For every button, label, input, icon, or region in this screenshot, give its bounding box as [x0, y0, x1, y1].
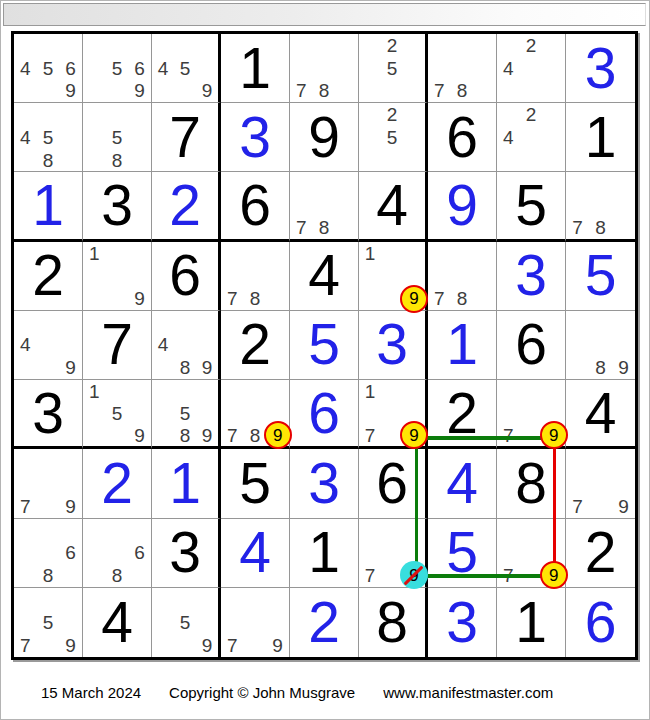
- candidate-5: 5: [106, 57, 129, 80]
- candidate-8: 8: [451, 287, 474, 310]
- candidate-9: 9: [196, 424, 218, 446]
- candidate-4: 4: [14, 57, 37, 80]
- solved-digit: 3: [428, 588, 496, 657]
- candidate-5: 5: [106, 126, 129, 149]
- given-digit: 4: [359, 172, 425, 238]
- sudoku-grid: 4569569459178257824345858739256241132678…: [11, 31, 638, 660]
- cell-r1c7[interactable]: 78: [428, 34, 497, 103]
- candidate-9: 9: [612, 356, 635, 379]
- solved-digit: 6: [566, 588, 635, 657]
- solved-digit: 2: [83, 449, 151, 517]
- candidate-7: 7: [290, 217, 313, 239]
- candidate-7: 7: [221, 634, 244, 657]
- cell-r1c2[interactable]: 569: [83, 34, 152, 103]
- solved-digit: 4: [428, 449, 496, 517]
- candidate-8: 8: [244, 287, 267, 310]
- candidate-4: 4: [497, 57, 520, 80]
- cell-r7c2[interactable]: 2: [83, 449, 152, 518]
- candidate-6: 6: [59, 57, 82, 80]
- candidate-9: 9: [128, 79, 151, 102]
- candidate-1: 1: [359, 242, 381, 265]
- candidate-9: 9: [266, 634, 289, 657]
- cell-r1c1[interactable]: 4569: [14, 34, 83, 103]
- candidate-5: 5: [37, 57, 60, 80]
- candidate-7: 7: [221, 424, 244, 446]
- cell-r7c8[interactable]: 8: [497, 449, 566, 518]
- solved-digit: 3: [566, 34, 635, 102]
- footer-date: 15 March 2024: [41, 684, 141, 701]
- cell-r2c2[interactable]: 58: [83, 103, 152, 172]
- candidate-2: 2: [381, 103, 403, 126]
- candidate-6: 6: [128, 541, 151, 564]
- cell-r9c4[interactable]: 79: [221, 588, 290, 657]
- candidate-8: 8: [37, 564, 60, 587]
- candidate-7: 7: [14, 495, 37, 518]
- candidate-9: 9: [612, 495, 635, 518]
- given-digit: 2: [14, 242, 82, 310]
- cell-r3c2[interactable]: 3: [83, 172, 152, 241]
- given-digit: 3: [83, 172, 151, 238]
- cell-r7c1[interactable]: 79: [14, 449, 83, 518]
- cell-r2c7[interactable]: 6: [428, 103, 497, 172]
- candidate-9: 9: [128, 287, 151, 310]
- solved-digit: 5: [428, 519, 496, 587]
- cell-r2c3[interactable]: 7: [152, 103, 221, 172]
- cell-r8c9[interactable]: 2: [566, 519, 635, 588]
- cell-r5c5[interactable]: 5: [290, 311, 359, 380]
- cell-r4c4[interactable]: 78: [221, 242, 290, 311]
- cell-r8c1[interactable]: 68: [14, 519, 83, 588]
- cell-r2c1[interactable]: 458: [14, 103, 83, 172]
- cell-r9c3[interactable]: 59: [152, 588, 221, 657]
- candidate-7: 7: [428, 79, 451, 102]
- cell-r2c4[interactable]: 3: [221, 103, 290, 172]
- footer-website: www.manifestmaster.com: [383, 684, 553, 701]
- given-digit: 9: [290, 103, 358, 171]
- given-digit: 2: [221, 311, 289, 379]
- cell-r5c1[interactable]: 49: [14, 311, 83, 380]
- cell-r6c2[interactable]: 159: [83, 380, 152, 449]
- cell-r8c4[interactable]: 4: [221, 519, 290, 588]
- candidate-4: 4: [497, 126, 520, 149]
- cell-r3c6[interactable]: 4: [359, 172, 428, 241]
- cell-r9c8[interactable]: 1: [497, 588, 566, 657]
- candidate-1: 1: [359, 380, 381, 402]
- cell-r3c3[interactable]: 2: [152, 172, 221, 241]
- cell-r9c9[interactable]: 6: [566, 588, 635, 657]
- cell-r2c9[interactable]: 1: [566, 103, 635, 172]
- cell-r7c6[interactable]: 6: [359, 449, 428, 518]
- candidate-9: 9: [59, 634, 82, 657]
- candidate-7: 7: [359, 564, 381, 587]
- candidate-9: 9: [59, 79, 82, 102]
- candidate-7: 7: [221, 287, 244, 310]
- candidate-7: 7: [497, 424, 520, 446]
- cell-r5c6[interactable]: 3: [359, 311, 428, 380]
- candidate-4: 4: [14, 126, 37, 149]
- candidate-5: 5: [174, 402, 196, 424]
- cell-r8c5[interactable]: 1: [290, 519, 359, 588]
- given-digit: 7: [152, 103, 218, 171]
- given-digit: 4: [290, 242, 358, 310]
- cell-r1c8[interactable]: 24: [497, 34, 566, 103]
- candidate-8: 8: [589, 356, 612, 379]
- given-digit: 3: [14, 380, 82, 446]
- candidate-5: 5: [381, 126, 403, 149]
- solved-digit: 6: [290, 380, 358, 446]
- candidate-8: 8: [589, 217, 612, 239]
- candidate-7: 7: [290, 79, 313, 102]
- candidate-1: 1: [83, 380, 106, 402]
- cell-r7c4[interactable]: 5: [221, 449, 290, 518]
- candidate-8: 8: [451, 79, 474, 102]
- cell-r5c7[interactable]: 1: [428, 311, 497, 380]
- cell-r3c8[interactable]: 5: [497, 172, 566, 241]
- cell-r6c5[interactable]: 6: [290, 380, 359, 449]
- candidate-7: 7: [14, 634, 37, 657]
- candidate-9: 9: [196, 356, 218, 379]
- candidate-4: 4: [14, 334, 37, 357]
- given-digit: 1: [566, 103, 635, 171]
- cell-r4c3[interactable]: 6: [152, 242, 221, 311]
- solved-digit: 4: [221, 519, 289, 587]
- candidate-7: 7: [497, 564, 520, 587]
- candidate-8: 8: [313, 217, 336, 239]
- solved-digit: 3: [221, 103, 289, 171]
- given-digit: 6: [497, 311, 565, 379]
- solved-digit: 5: [290, 311, 358, 379]
- candidate-2: 2: [520, 34, 543, 57]
- cell-r2c6[interactable]: 25: [359, 103, 428, 172]
- candidate-5: 5: [106, 402, 129, 424]
- given-digit: 6: [152, 242, 218, 310]
- candidate-5: 5: [174, 57, 196, 80]
- cell-r7c7[interactable]: 4: [428, 449, 497, 518]
- cell-r3c7[interactable]: 9: [428, 172, 497, 241]
- cell-r1c5[interactable]: 78: [290, 34, 359, 103]
- page: 4569569459178257824345858739256241132678…: [0, 0, 650, 720]
- solved-digit: 1: [152, 449, 218, 517]
- given-digit: 3: [152, 519, 218, 587]
- solved-digit: 3: [497, 242, 565, 310]
- cell-r4c1[interactable]: 2: [14, 242, 83, 311]
- highlight-circle-9: 9: [540, 421, 568, 449]
- cell-r7c9[interactable]: 79: [566, 449, 635, 518]
- cell-r9c1[interactable]: 579: [14, 588, 83, 657]
- cell-r8c2[interactable]: 68: [83, 519, 152, 588]
- candidate-5: 5: [37, 126, 60, 149]
- cell-r8c7[interactable]: 5: [428, 519, 497, 588]
- candidate-9: 9: [196, 634, 218, 657]
- highlight-circle-9: 9: [400, 421, 428, 449]
- candidate-8: 8: [174, 356, 196, 379]
- header-bar: [3, 3, 646, 26]
- footer-copyright: Copyright © John Musgrave: [169, 684, 355, 701]
- given-digit: 8: [497, 449, 565, 517]
- cell-r5c4[interactable]: 2: [221, 311, 290, 380]
- cell-r2c8[interactable]: 24: [497, 103, 566, 172]
- cell-r9c2[interactable]: 4: [83, 588, 152, 657]
- candidate-7: 7: [428, 287, 451, 310]
- solved-digit: 3: [290, 449, 358, 517]
- given-digit: 5: [221, 449, 289, 517]
- cell-r9c6[interactable]: 8: [359, 588, 428, 657]
- candidate-4: 4: [152, 57, 174, 80]
- cell-r8c3[interactable]: 3: [152, 519, 221, 588]
- elimination-circle-9: 9: [400, 561, 428, 589]
- given-digit: 4: [83, 588, 151, 657]
- cell-r3c1[interactable]: 1: [14, 172, 83, 241]
- candidate-7: 7: [359, 424, 381, 446]
- cell-r3c4[interactable]: 6: [221, 172, 290, 241]
- cell-r4c5[interactable]: 4: [290, 242, 359, 311]
- candidate-2: 2: [381, 34, 403, 57]
- solved-digit: 2: [152, 172, 218, 238]
- cell-r4c8[interactable]: 3: [497, 242, 566, 311]
- candidate-8: 8: [244, 424, 267, 446]
- solved-digit: 5: [566, 242, 635, 310]
- given-digit: 1: [290, 519, 358, 587]
- candidate-8: 8: [106, 149, 129, 172]
- given-digit: 8: [359, 588, 425, 657]
- cell-r7c3[interactable]: 1: [152, 449, 221, 518]
- cell-r4c7[interactable]: 78: [428, 242, 497, 311]
- candidate-5: 5: [174, 611, 196, 634]
- candidate-1: 1: [83, 242, 106, 265]
- cell-r5c9[interactable]: 89: [566, 311, 635, 380]
- cell-r7c5[interactable]: 3: [290, 449, 359, 518]
- highlight-circle-9: 9: [540, 561, 568, 589]
- cell-r6c9[interactable]: 4: [566, 380, 635, 449]
- candidate-6: 6: [128, 57, 151, 80]
- given-digit: 6: [221, 172, 289, 238]
- candidate-9: 9: [128, 424, 151, 446]
- given-digit: 1: [497, 588, 565, 657]
- candidate-4: 4: [152, 334, 174, 357]
- cell-r5c2[interactable]: 7: [83, 311, 152, 380]
- cell-r6c1[interactable]: 3: [14, 380, 83, 449]
- given-digit: 7: [83, 311, 151, 379]
- cell-r4c2[interactable]: 19: [83, 242, 152, 311]
- cell-r4c6[interactable]: 19: [359, 242, 428, 311]
- cell-r6c4[interactable]: 789: [221, 380, 290, 449]
- candidate-9: 9: [59, 495, 82, 518]
- candidate-5: 5: [37, 611, 60, 634]
- given-digit: 6: [428, 103, 496, 171]
- candidate-8: 8: [106, 564, 129, 587]
- cell-r5c3[interactable]: 489: [152, 311, 221, 380]
- cell-r6c6[interactable]: 179: [359, 380, 428, 449]
- candidate-8: 8: [174, 424, 196, 446]
- given-digit: 5: [497, 172, 565, 238]
- highlight-circle-9: 9: [264, 421, 292, 449]
- cell-r9c7[interactable]: 3: [428, 588, 497, 657]
- cell-r6c7[interactable]: 2: [428, 380, 497, 449]
- cell-r4c9[interactable]: 5: [566, 242, 635, 311]
- cell-r2c5[interactable]: 9: [290, 103, 359, 172]
- given-digit: 6: [359, 449, 425, 517]
- solved-digit: 2: [290, 588, 358, 657]
- candidate-9: 9: [196, 79, 218, 102]
- candidate-8: 8: [37, 149, 60, 172]
- candidate-5: 5: [381, 57, 403, 80]
- candidate-2: 2: [520, 103, 543, 126]
- solved-digit: 3: [359, 311, 425, 379]
- solved-digit: 1: [14, 172, 82, 238]
- candidate-8: 8: [313, 79, 336, 102]
- solved-digit: 9: [428, 172, 496, 238]
- solved-digit: 1: [428, 311, 496, 379]
- cell-r9c5[interactable]: 2: [290, 588, 359, 657]
- cell-r1c3[interactable]: 459: [152, 34, 221, 103]
- cell-r8c8[interactable]: 79: [497, 519, 566, 588]
- candidate-6: 6: [59, 541, 82, 564]
- given-digit: 1: [221, 34, 289, 102]
- cell-r6c8[interactable]: 79: [497, 380, 566, 449]
- given-digit: 2: [566, 519, 635, 587]
- cell-r6c3[interactable]: 589: [152, 380, 221, 449]
- footer: 15 March 2024 Copyright © John Musgrave …: [41, 684, 553, 701]
- highlight-circle-9: 9: [400, 285, 428, 313]
- cell-r8c6[interactable]: 79: [359, 519, 428, 588]
- candidate-9: 9: [59, 356, 82, 379]
- cell-r3c5[interactable]: 78: [290, 172, 359, 241]
- cell-r3c9[interactable]: 78: [566, 172, 635, 241]
- cell-r1c4[interactable]: 1: [221, 34, 290, 103]
- candidate-7: 7: [566, 217, 589, 239]
- cell-r5c8[interactable]: 6: [497, 311, 566, 380]
- cell-r1c9[interactable]: 3: [566, 34, 635, 103]
- cell-r1c6[interactable]: 25: [359, 34, 428, 103]
- given-digit: 4: [566, 380, 635, 446]
- given-digit: 2: [428, 380, 496, 446]
- candidate-7: 7: [566, 495, 589, 518]
